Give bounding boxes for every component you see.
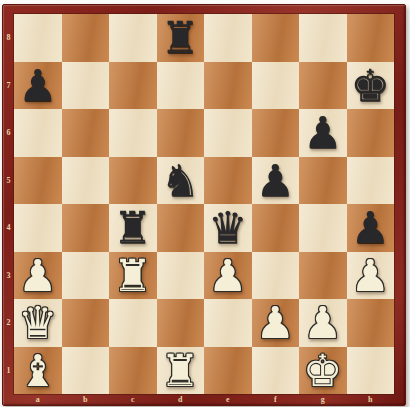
black-king-h7[interactable]: ♚	[347, 62, 395, 110]
square-d5[interactable]: ♞	[157, 157, 205, 205]
white-pawn-h3[interactable]: ♟	[347, 252, 395, 300]
square-a7[interactable]: ♟	[14, 62, 62, 110]
rank-label-4: 4	[3, 204, 14, 252]
rank-label-3: 3	[3, 252, 14, 300]
file-label-f: f	[252, 394, 300, 405]
square-f2[interactable]: ♟	[252, 299, 300, 347]
square-g5[interactable]	[299, 157, 347, 205]
black-pawn-f5[interactable]: ♟	[252, 157, 300, 205]
file-label-d: d	[157, 394, 205, 405]
square-e2[interactable]	[204, 299, 252, 347]
white-pawn-a3[interactable]: ♟	[14, 252, 62, 300]
square-a6[interactable]	[14, 109, 62, 157]
square-c7[interactable]	[109, 62, 157, 110]
square-b3[interactable]	[62, 252, 110, 300]
file-label-g: g	[299, 394, 347, 405]
square-c1[interactable]	[109, 347, 157, 395]
square-f6[interactable]	[252, 109, 300, 157]
square-e1[interactable]	[204, 347, 252, 395]
square-d1[interactable]: ♜	[157, 347, 205, 395]
board-frame: ♜♟♚♟♞♟♜♛♟♟♜♟♟♛♟♟♝♜♚ 87654321abcdefgh	[2, 4, 406, 406]
white-pawn-g2[interactable]: ♟	[299, 299, 347, 347]
square-f5[interactable]: ♟	[252, 157, 300, 205]
square-h4[interactable]: ♟	[347, 204, 395, 252]
square-h7[interactable]: ♚	[347, 62, 395, 110]
square-h1[interactable]	[347, 347, 395, 395]
square-h8[interactable]	[347, 14, 395, 62]
square-e5[interactable]	[204, 157, 252, 205]
square-c3[interactable]: ♜	[109, 252, 157, 300]
square-c4[interactable]: ♜	[109, 204, 157, 252]
square-b8[interactable]	[62, 14, 110, 62]
square-b4[interactable]	[62, 204, 110, 252]
square-h3[interactable]: ♟	[347, 252, 395, 300]
square-d8[interactable]: ♜	[157, 14, 205, 62]
square-g2[interactable]: ♟	[299, 299, 347, 347]
square-g3[interactable]	[299, 252, 347, 300]
file-label-c: c	[109, 394, 157, 405]
square-a4[interactable]	[14, 204, 62, 252]
square-b7[interactable]	[62, 62, 110, 110]
square-f7[interactable]	[252, 62, 300, 110]
square-a1[interactable]: ♝	[14, 347, 62, 395]
file-label-h: h	[347, 394, 395, 405]
white-queen-a2[interactable]: ♛	[14, 299, 62, 347]
rank-label-5: 5	[3, 157, 14, 205]
square-d3[interactable]	[157, 252, 205, 300]
square-a2[interactable]: ♛	[14, 299, 62, 347]
square-g1[interactable]: ♚	[299, 347, 347, 395]
square-g7[interactable]	[299, 62, 347, 110]
square-a8[interactable]	[14, 14, 62, 62]
square-f1[interactable]	[252, 347, 300, 395]
square-b5[interactable]	[62, 157, 110, 205]
white-pawn-e3[interactable]: ♟	[204, 252, 252, 300]
square-g6[interactable]: ♟	[299, 109, 347, 157]
square-h6[interactable]	[347, 109, 395, 157]
square-a5[interactable]	[14, 157, 62, 205]
square-g8[interactable]	[299, 14, 347, 62]
square-h5[interactable]	[347, 157, 395, 205]
square-e3[interactable]: ♟	[204, 252, 252, 300]
rank-label-7: 7	[3, 62, 14, 110]
square-b6[interactable]	[62, 109, 110, 157]
black-knight-d5[interactable]: ♞	[157, 157, 205, 205]
square-h2[interactable]	[347, 299, 395, 347]
white-bishop-a1[interactable]: ♝	[14, 347, 62, 395]
white-rook-d1[interactable]: ♜	[157, 347, 205, 395]
square-b2[interactable]	[62, 299, 110, 347]
rank-label-6: 6	[3, 109, 14, 157]
square-f8[interactable]	[252, 14, 300, 62]
square-f4[interactable]	[252, 204, 300, 252]
file-label-e: e	[204, 394, 252, 405]
black-pawn-a7[interactable]: ♟	[14, 62, 62, 110]
square-c5[interactable]	[109, 157, 157, 205]
black-queen-e4[interactable]: ♛	[204, 204, 252, 252]
file-label-b: b	[62, 394, 110, 405]
black-rook-d8[interactable]: ♜	[157, 14, 205, 62]
square-e4[interactable]: ♛	[204, 204, 252, 252]
file-label-a: a	[14, 394, 62, 405]
board: ♜♟♚♟♞♟♜♛♟♟♜♟♟♛♟♟♝♜♚	[14, 14, 394, 394]
square-e8[interactable]	[204, 14, 252, 62]
square-d6[interactable]	[157, 109, 205, 157]
white-rook-c3[interactable]: ♜	[109, 252, 157, 300]
rank-label-8: 8	[3, 14, 14, 62]
square-b1[interactable]	[62, 347, 110, 395]
square-e7[interactable]	[204, 62, 252, 110]
white-pawn-f2[interactable]: ♟	[252, 299, 300, 347]
rank-label-1: 1	[3, 347, 14, 395]
white-king-g1[interactable]: ♚	[299, 347, 347, 395]
black-pawn-g6[interactable]: ♟	[299, 109, 347, 157]
square-a3[interactable]: ♟	[14, 252, 62, 300]
black-rook-c4[interactable]: ♜	[109, 204, 157, 252]
square-d4[interactable]	[157, 204, 205, 252]
square-d7[interactable]	[157, 62, 205, 110]
square-d2[interactable]	[157, 299, 205, 347]
square-g4[interactable]	[299, 204, 347, 252]
square-c6[interactable]	[109, 109, 157, 157]
square-c8[interactable]	[109, 14, 157, 62]
square-c2[interactable]	[109, 299, 157, 347]
black-pawn-h4[interactable]: ♟	[347, 204, 395, 252]
square-e6[interactable]	[204, 109, 252, 157]
rank-label-2: 2	[3, 299, 14, 347]
square-f3[interactable]	[252, 252, 300, 300]
